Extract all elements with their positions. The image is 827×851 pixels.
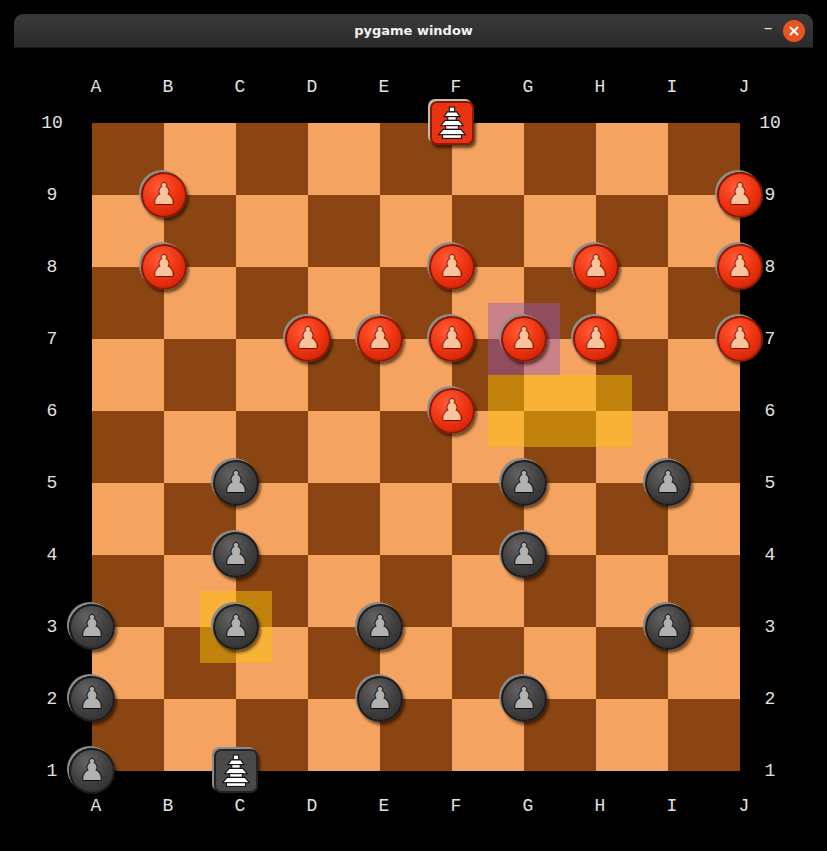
file-label-bottom-H: H: [595, 796, 606, 816]
board-square: [236, 195, 308, 267]
highlight-move-H6: [560, 375, 632, 447]
pawn-icon: ♟: [439, 396, 465, 425]
board-square: [164, 339, 236, 411]
pawn-icon: ♟: [727, 252, 753, 281]
red-pawn-J9[interactable]: ♟: [717, 172, 763, 218]
window-titlebar[interactable]: pygame window –: [14, 14, 813, 48]
file-label-top-J: J: [739, 77, 750, 97]
pawn-icon: ♟: [727, 324, 753, 353]
file-label-top-I: I: [667, 77, 678, 97]
red-pawn-E7[interactable]: ♟: [357, 316, 403, 362]
red-pawn-H7[interactable]: ♟: [573, 316, 619, 362]
rank-label-right-1: 1: [765, 761, 776, 781]
rank-label-left-5: 5: [47, 473, 58, 493]
rank-label-left-8: 8: [47, 257, 58, 277]
black-pawn-C3[interactable]: ♟: [213, 604, 259, 650]
black-pawn-I5[interactable]: ♟: [645, 460, 691, 506]
board-square: [596, 123, 668, 195]
pagoda-castle-icon: [435, 106, 469, 140]
close-icon: [783, 20, 805, 42]
desktop-background: pygame window – AABBCCDDEEFFGGHHIIJJ1010…: [0, 0, 827, 851]
red-pawn-D7[interactable]: ♟: [285, 316, 331, 362]
black-pawn-G4[interactable]: ♟: [501, 532, 547, 578]
rank-label-left-1: 1: [47, 761, 58, 781]
rank-label-right-2: 2: [765, 689, 776, 709]
black-pawn-G5[interactable]: ♟: [501, 460, 547, 506]
pawn-icon: ♟: [367, 612, 393, 641]
file-label-bottom-B: B: [163, 796, 174, 816]
file-label-bottom-F: F: [451, 796, 462, 816]
black-pawn-C5[interactable]: ♟: [213, 460, 259, 506]
rank-label-right-7: 7: [765, 329, 776, 349]
red-pawn-F8[interactable]: ♟: [429, 244, 475, 290]
file-label-bottom-C: C: [235, 796, 246, 816]
pawn-icon: ♟: [223, 468, 249, 497]
rank-label-left-2: 2: [47, 689, 58, 709]
file-label-bottom-J: J: [739, 796, 750, 816]
board-square: [668, 699, 740, 771]
rank-label-right-3: 3: [765, 617, 776, 637]
pawn-icon: ♟: [223, 540, 249, 569]
rank-label-right-10: 10: [759, 113, 781, 133]
red-pawn-F6[interactable]: ♟: [429, 388, 475, 434]
rank-label-right-5: 5: [765, 473, 776, 493]
pygame-window: pygame window – AABBCCDDEEFFGGHHIIJJ1010…: [14, 14, 813, 851]
rank-label-left-9: 9: [47, 185, 58, 205]
red-pawn-F7[interactable]: ♟: [429, 316, 475, 362]
pawn-icon: ♟: [79, 612, 105, 641]
pawn-icon: ♟: [511, 468, 537, 497]
black-pawn-I3[interactable]: ♟: [645, 604, 691, 650]
board-square: [524, 123, 596, 195]
board-square: [92, 339, 164, 411]
rank-label-right-4: 4: [765, 545, 776, 565]
close-button[interactable]: [783, 20, 805, 42]
pawn-icon: ♟: [511, 540, 537, 569]
rank-label-left-4: 4: [47, 545, 58, 565]
black-pawn-G2[interactable]: ♟: [501, 676, 547, 722]
board-square: [596, 699, 668, 771]
pawn-icon: ♟: [727, 180, 753, 209]
red-pawn-G7[interactable]: ♟: [501, 316, 547, 362]
rank-label-left-6: 6: [47, 401, 58, 421]
window-title: pygame window: [14, 14, 813, 48]
pawn-icon: ♟: [295, 324, 321, 353]
rank-label-right-6: 6: [765, 401, 776, 421]
pawn-icon: ♟: [583, 252, 609, 281]
rank-label-left-10: 10: [41, 113, 63, 133]
pagoda-castle-icon: [219, 754, 253, 788]
file-label-bottom-A: A: [91, 796, 102, 816]
black-castle-C1[interactable]: [214, 749, 258, 793]
file-label-bottom-D: D: [307, 796, 318, 816]
black-pawn-A2[interactable]: ♟: [69, 676, 115, 722]
pawn-icon: ♟: [151, 252, 177, 281]
minimize-button[interactable]: –: [757, 14, 779, 47]
file-label-top-F: F: [451, 77, 462, 97]
pawn-icon: ♟: [79, 684, 105, 713]
red-pawn-B9[interactable]: ♟: [141, 172, 187, 218]
pawn-icon: ♟: [367, 324, 393, 353]
pawn-icon: ♟: [439, 252, 465, 281]
red-castle-F10[interactable]: [430, 101, 474, 145]
black-pawn-A3[interactable]: ♟: [69, 604, 115, 650]
board-square: [92, 483, 164, 555]
pawn-icon: ♟: [439, 324, 465, 353]
board-square: [308, 123, 380, 195]
pawn-icon: ♟: [511, 324, 537, 353]
pawn-icon: ♟: [583, 324, 609, 353]
file-label-top-A: A: [91, 77, 102, 97]
red-pawn-J7[interactable]: ♟: [717, 316, 763, 362]
pawn-icon: ♟: [79, 756, 105, 785]
red-pawn-J8[interactable]: ♟: [717, 244, 763, 290]
board-square: [308, 411, 380, 483]
rank-label-left-3: 3: [47, 617, 58, 637]
black-pawn-E2[interactable]: ♟: [357, 676, 403, 722]
board-square: [92, 411, 164, 483]
black-pawn-A1[interactable]: ♟: [69, 748, 115, 794]
red-pawn-H8[interactable]: ♟: [573, 244, 619, 290]
highlight-move-G6: [488, 375, 560, 447]
file-label-top-E: E: [379, 77, 390, 97]
file-label-bottom-I: I: [667, 796, 678, 816]
rank-label-right-9: 9: [765, 185, 776, 205]
board-square: [236, 123, 308, 195]
rank-label-left-7: 7: [47, 329, 58, 349]
file-label-top-B: B: [163, 77, 174, 97]
pygame-surface: AABBCCDDEEFFGGHHIIJJ10109988776655443322…: [14, 48, 813, 851]
red-pawn-B8[interactable]: ♟: [141, 244, 187, 290]
pawn-icon: ♟: [511, 684, 537, 713]
file-label-bottom-E: E: [379, 796, 390, 816]
file-label-top-D: D: [307, 77, 318, 97]
black-pawn-C4[interactable]: ♟: [213, 532, 259, 578]
pawn-icon: ♟: [151, 180, 177, 209]
board-square: [380, 483, 452, 555]
file-label-top-H: H: [595, 77, 606, 97]
file-label-top-C: C: [235, 77, 246, 97]
pawn-icon: ♟: [655, 468, 681, 497]
pawn-icon: ♟: [367, 684, 393, 713]
pawn-icon: ♟: [655, 612, 681, 641]
file-label-top-G: G: [523, 77, 534, 97]
board-square: [308, 195, 380, 267]
file-label-bottom-G: G: [523, 796, 534, 816]
pawn-icon: ♟: [223, 612, 249, 641]
black-pawn-E3[interactable]: ♟: [357, 604, 403, 650]
board-square: [308, 483, 380, 555]
rank-label-right-8: 8: [765, 257, 776, 277]
